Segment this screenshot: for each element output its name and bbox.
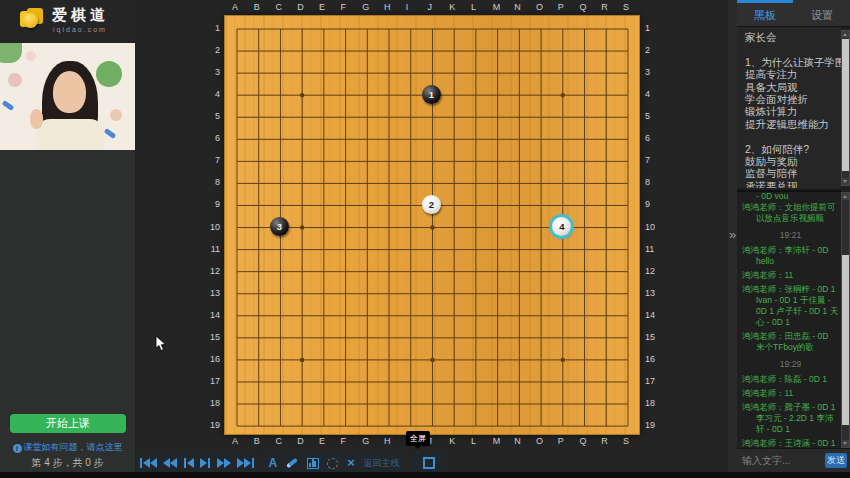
annotation-toolbar: A × 返回主线 xyxy=(264,452,404,474)
notes-scrollbar[interactable] xyxy=(841,30,850,186)
note-line: 具备大局观 xyxy=(745,81,841,93)
coord-label: 6 xyxy=(206,133,220,143)
coord-label: 12 xyxy=(645,266,655,276)
coord-label: 13 xyxy=(206,288,220,298)
coord-label: E xyxy=(319,436,325,446)
coord-label: 16 xyxy=(645,354,655,364)
coord-label: 14 xyxy=(645,310,655,320)
note-line: 监督与陪伴 xyxy=(745,167,841,179)
coord-label: 16 xyxy=(206,354,220,364)
coord-label: Q xyxy=(580,2,587,12)
coord-label: F xyxy=(341,2,347,12)
coord-label: 12 xyxy=(206,266,220,276)
fullscreen-panel xyxy=(414,452,444,474)
scroll-up-icon[interactable] xyxy=(842,31,849,38)
chat-message: 鸿鸿老师：腾子墨 - 0D 1 李习元 - 2.2D 1 李沛轩 - 0D 1 xyxy=(742,402,839,435)
chat-message: - 0D you xyxy=(742,192,839,199)
circle-tool-button[interactable] xyxy=(327,458,338,469)
chat-input[interactable]: 输入文字... xyxy=(742,454,790,468)
coord-label: 10 xyxy=(206,222,220,232)
coord-label: B xyxy=(254,2,260,12)
text-tool-button[interactable]: A xyxy=(268,456,277,470)
fullscreen-icon[interactable] xyxy=(423,457,435,469)
note-line: 家长会 xyxy=(745,31,841,43)
right-panel: 黑板 设置 家长会 1、为什么让孩子学围棋?提高专注力具备大局观学会面对挫折锻炼… xyxy=(737,0,850,472)
brand-logo: 爱棋道 iqidao.com xyxy=(0,0,135,43)
coord-label: 2 xyxy=(206,45,220,55)
coord-label: 17 xyxy=(645,376,655,386)
step-back-button[interactable] xyxy=(183,457,194,469)
coord-label: K xyxy=(449,2,455,12)
coord-label: G xyxy=(362,436,369,446)
stone-black-J4: 1 xyxy=(422,85,441,104)
coord-label: L xyxy=(471,2,476,12)
coord-label: 3 xyxy=(206,67,220,77)
return-mainline-button[interactable]: 返回主线 xyxy=(364,457,400,470)
send-button[interactable]: 发送 xyxy=(825,453,847,468)
fullscreen-tooltip: 全屏 xyxy=(406,431,430,446)
chat-input-bar: 输入文字... 发送 xyxy=(737,448,850,472)
chat-message: 鸿鸿老师：文姐你提前可以放点音乐视频额 xyxy=(742,202,839,224)
coord-label: K xyxy=(449,436,455,446)
coord-label: D xyxy=(297,436,304,446)
note-line: 鼓励与奖励 xyxy=(745,155,841,167)
coord-label: 17 xyxy=(206,376,220,386)
app-window: 爱棋道 iqidao.com 开始上课 i课堂如有问题，请点这里 第 4 步，共… xyxy=(0,0,850,478)
coord-label: 11 xyxy=(206,244,220,254)
playback-toolbar xyxy=(136,452,258,474)
brand-name: 爱棋道 xyxy=(52,6,109,25)
blackboard-notes: 家长会 1、为什么让孩子学围棋?提高专注力具备大局观学会面对挫折锻炼计算力提升逻… xyxy=(737,27,841,188)
coord-label: 14 xyxy=(206,310,220,320)
coord-label: P xyxy=(558,2,564,12)
chat-timestamp: 19:21 xyxy=(742,230,839,240)
coord-label: R xyxy=(601,436,608,446)
coord-label: 2 xyxy=(645,45,650,55)
note-line xyxy=(745,130,841,142)
teacher-video-feed xyxy=(0,43,135,150)
note-line: 1、为什么让孩子学围棋? xyxy=(745,56,841,68)
coord-label: O xyxy=(536,2,543,12)
note-line: 锻炼计算力 xyxy=(745,105,841,117)
chat-message: 鸿鸿老师：11 xyxy=(742,388,839,399)
coord-label: 10 xyxy=(645,222,655,232)
chat-scrollbar[interactable] xyxy=(841,192,850,448)
stone-black-C10: 3 xyxy=(270,217,289,236)
coord-label: M xyxy=(493,436,501,446)
note-line: 2、如何陪伴? xyxy=(745,143,841,155)
brand-domain: iqidao.com xyxy=(53,26,107,33)
coord-label: J xyxy=(427,2,432,12)
coord-label: 7 xyxy=(206,155,220,165)
coord-label: 15 xyxy=(645,332,655,342)
coord-label: I xyxy=(406,2,409,12)
coord-label: N xyxy=(514,436,521,446)
coord-label: 9 xyxy=(206,199,220,209)
scroll-down-icon[interactable] xyxy=(842,440,849,447)
start-class-button[interactable]: 开始上课 xyxy=(10,414,126,433)
coord-label: E xyxy=(319,2,325,12)
chat-message: 鸿鸿老师：田忠磊 - 0D 来个TFboy的歌 xyxy=(742,331,839,353)
coord-label: 9 xyxy=(645,199,650,209)
coord-label: 19 xyxy=(645,420,655,430)
coord-label: G xyxy=(362,2,369,12)
coord-label: 15 xyxy=(206,332,220,342)
coord-label: R xyxy=(601,2,608,12)
step-forward-button[interactable] xyxy=(200,457,211,469)
stone-white-J9: 2 xyxy=(422,195,441,214)
coord-label: P xyxy=(558,436,564,446)
chart-tool-button[interactable] xyxy=(307,458,319,469)
delete-tool-button[interactable]: × xyxy=(347,457,355,469)
jump-to-end-button[interactable] xyxy=(237,457,255,469)
coord-label: C xyxy=(275,2,282,12)
chat-message: 鸿鸿老师：11 xyxy=(742,270,839,281)
scroll-up-icon[interactable] xyxy=(842,193,849,200)
chat-message: 鸿鸿老师：王诗涵 - 0D 1 鞠李炎斌 - 0D no 卢子轩 - 0D 1 … xyxy=(742,438,839,448)
coord-label: 1 xyxy=(206,23,220,33)
chat-message: 鸿鸿老师：张桐梓 - 0D 1 Ivan - 0D 1 于佳晨 - 0D 1 卢… xyxy=(742,284,839,328)
chat-timestamp: 19:29 xyxy=(742,359,839,369)
coord-label: A xyxy=(232,436,238,446)
jump-to-start-button[interactable] xyxy=(139,457,157,469)
note-line: 提升逻辑思维能力 xyxy=(745,118,841,130)
coord-label: 13 xyxy=(645,288,655,298)
coord-label: 8 xyxy=(206,177,220,187)
coord-label: H xyxy=(384,436,391,446)
coord-label: 8 xyxy=(645,177,650,187)
go-stone-logo-icon xyxy=(20,8,46,34)
coord-label: S xyxy=(623,2,629,12)
chat-message: 鸿鸿老师：陈磊 - 0D 1 xyxy=(742,374,839,385)
coord-label: 5 xyxy=(645,111,650,121)
coord-label: B xyxy=(254,436,260,446)
note-line: 提高专注力 xyxy=(745,68,841,80)
coord-label: 3 xyxy=(645,67,650,77)
coord-label: M xyxy=(493,2,501,12)
tab-blackboard[interactable]: 黑板 xyxy=(737,3,793,27)
coord-label: 4 xyxy=(206,89,220,99)
note-line: 学会面对挫折 xyxy=(745,93,841,105)
chat-message: 鸿鸿老师：李沛轩 - 0D hello xyxy=(742,245,839,267)
note-line xyxy=(745,43,841,55)
coord-label: D xyxy=(297,2,304,12)
fast-rewind-button[interactable] xyxy=(163,457,177,469)
tab-settings[interactable]: 设置 xyxy=(794,3,850,27)
class-help-link[interactable]: i课堂如有问题，请点这里 xyxy=(0,441,135,454)
coord-label: H xyxy=(384,2,391,12)
coord-label: N xyxy=(514,2,521,12)
chat-message-list: - 0D you鸿鸿老师：文姐你提前可以放点音乐视频额19:21鸿鸿老师：李沛轩… xyxy=(737,190,841,448)
coord-label: 6 xyxy=(645,133,650,143)
coord-label: 7 xyxy=(645,155,650,165)
coord-label: S xyxy=(623,436,629,446)
coord-label: F xyxy=(341,436,347,446)
coord-label: 11 xyxy=(645,244,654,254)
brush-tool-button[interactable] xyxy=(286,458,298,469)
bottom-edge xyxy=(0,472,850,478)
info-icon: i xyxy=(13,444,22,453)
coord-label: 19 xyxy=(206,420,220,430)
fast-forward-button[interactable] xyxy=(217,457,231,469)
scroll-down-icon[interactable] xyxy=(842,178,849,185)
coord-label: 4 xyxy=(645,89,650,99)
coord-label: 18 xyxy=(645,398,655,408)
coord-label: C xyxy=(275,436,282,446)
coord-label: 18 xyxy=(206,398,220,408)
coord-label: L xyxy=(471,436,476,446)
coord-label: 1 xyxy=(645,23,650,33)
coord-label: O xyxy=(536,436,543,446)
mouse-cursor xyxy=(155,336,169,352)
coord-label: 5 xyxy=(206,111,220,121)
note-line: 承诺要兑现 xyxy=(745,180,841,188)
coord-label: A xyxy=(232,2,238,12)
coord-label: Q xyxy=(580,436,587,446)
move-step-indicator: 第 4 步，共 0 步 xyxy=(0,456,135,470)
panel-tab-bar: 黑板 设置 xyxy=(737,0,850,27)
